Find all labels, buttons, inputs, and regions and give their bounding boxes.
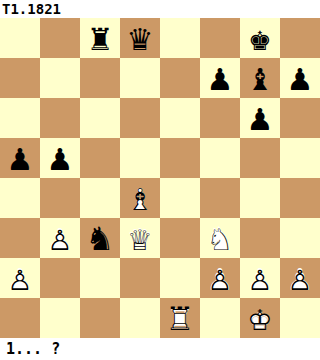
square-c1[interactable] (80, 298, 120, 338)
square-c4[interactable] (80, 178, 120, 218)
square-g2[interactable]: ♟♙ (240, 258, 280, 298)
square-e4[interactable] (160, 178, 200, 218)
square-a4[interactable] (0, 178, 40, 218)
square-b8[interactable] (40, 18, 80, 58)
square-h1[interactable] (280, 298, 320, 338)
white-king[interactable]: ♚♔ (240, 298, 280, 338)
square-f5[interactable] (200, 138, 240, 178)
black-bishop[interactable]: ♝ (240, 58, 280, 98)
square-b5[interactable]: ♟ (40, 138, 80, 178)
square-c6[interactable] (80, 98, 120, 138)
square-g3[interactable] (240, 218, 280, 258)
square-g5[interactable] (240, 138, 280, 178)
square-f1[interactable] (200, 298, 240, 338)
square-d7[interactable] (120, 58, 160, 98)
square-a2[interactable]: ♟♙ (0, 258, 40, 298)
square-h3[interactable] (280, 218, 320, 258)
square-f8[interactable] (200, 18, 240, 58)
white-pawn[interactable]: ♟♙ (0, 258, 40, 298)
square-a6[interactable] (0, 98, 40, 138)
square-f3[interactable]: ♞♘ (200, 218, 240, 258)
square-e5[interactable] (160, 138, 200, 178)
white-pawn[interactable]: ♟♙ (240, 258, 280, 298)
black-pawn[interactable]: ♟ (200, 58, 240, 98)
square-f2[interactable]: ♟♙ (200, 258, 240, 298)
square-d2[interactable] (120, 258, 160, 298)
square-h5[interactable] (280, 138, 320, 178)
square-d6[interactable] (120, 98, 160, 138)
square-h8[interactable] (280, 18, 320, 58)
white-bishop[interactable]: ♝♗ (120, 178, 160, 218)
white-rook[interactable]: ♜♖ (160, 298, 200, 338)
square-a1[interactable] (0, 298, 40, 338)
square-d8[interactable]: ♛ (120, 18, 160, 58)
square-b4[interactable] (40, 178, 80, 218)
square-e7[interactable] (160, 58, 200, 98)
white-pawn[interactable]: ♟♙ (280, 258, 320, 298)
square-d1[interactable] (120, 298, 160, 338)
square-g7[interactable]: ♝ (240, 58, 280, 98)
square-h4[interactable] (280, 178, 320, 218)
square-f7[interactable]: ♟ (200, 58, 240, 98)
white-pawn[interactable]: ♟♙ (200, 258, 240, 298)
white-pawn[interactable]: ♟♙ (40, 218, 80, 258)
black-knight[interactable]: ♞ (80, 218, 120, 258)
square-d4[interactable]: ♝♗ (120, 178, 160, 218)
square-c5[interactable] (80, 138, 120, 178)
black-pawn[interactable]: ♟ (240, 98, 280, 138)
square-b2[interactable] (40, 258, 80, 298)
square-g1[interactable]: ♚♔ (240, 298, 280, 338)
square-g6[interactable]: ♟ (240, 98, 280, 138)
square-a8[interactable] (0, 18, 40, 58)
square-b3[interactable]: ♟♙ (40, 218, 80, 258)
square-d5[interactable] (120, 138, 160, 178)
square-d3[interactable]: ♛♕ (120, 218, 160, 258)
square-e1[interactable]: ♜♖ (160, 298, 200, 338)
square-a5[interactable]: ♟ (0, 138, 40, 178)
square-h7[interactable]: ♟ (280, 58, 320, 98)
square-f6[interactable] (200, 98, 240, 138)
square-f4[interactable] (200, 178, 240, 218)
square-h2[interactable]: ♟♙ (280, 258, 320, 298)
black-pawn[interactable]: ♟ (280, 58, 320, 98)
square-a3[interactable] (0, 218, 40, 258)
square-e8[interactable] (160, 18, 200, 58)
square-g4[interactable] (240, 178, 280, 218)
square-h6[interactable] (280, 98, 320, 138)
square-e2[interactable] (160, 258, 200, 298)
white-queen[interactable]: ♛♕ (120, 218, 160, 258)
square-a7[interactable] (0, 58, 40, 98)
square-c8[interactable]: ♜ (80, 18, 120, 58)
move-prompt: 1... ? (0, 338, 320, 360)
black-queen[interactable]: ♛ (120, 18, 160, 58)
white-knight[interactable]: ♞♘ (200, 218, 240, 258)
square-b1[interactable] (40, 298, 80, 338)
square-b6[interactable] (40, 98, 80, 138)
black-rook[interactable]: ♜ (80, 18, 120, 58)
square-e6[interactable] (160, 98, 200, 138)
square-e3[interactable] (160, 218, 200, 258)
black-pawn[interactable]: ♟ (40, 138, 80, 178)
chess-board: ♜♛♚♟♝♟♟♟♟♝♗♟♙♞♛♕♞♘♟♙♟♙♟♙♟♙♜♖♚♔ (0, 18, 320, 338)
square-c7[interactable] (80, 58, 120, 98)
black-pawn[interactable]: ♟ (0, 138, 40, 178)
square-c2[interactable] (80, 258, 120, 298)
square-b7[interactable] (40, 58, 80, 98)
black-king[interactable]: ♚ (240, 18, 280, 58)
square-g8[interactable]: ♚ (240, 18, 280, 58)
puzzle-title: T1.1821 (0, 0, 320, 18)
square-c3[interactable]: ♞ (80, 218, 120, 258)
